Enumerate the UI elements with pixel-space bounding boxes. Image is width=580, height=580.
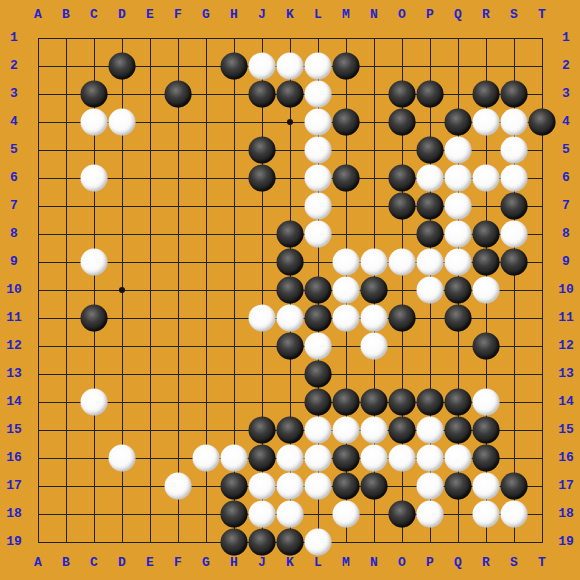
- white-stone-P17: [417, 473, 444, 500]
- white-stone-N9: [361, 249, 388, 276]
- black-stone-M16: [333, 445, 360, 472]
- row-label-right-7: 7: [555, 198, 577, 213]
- white-stone-H16: [221, 445, 248, 472]
- row-label-right-19: 19: [555, 534, 577, 549]
- white-stone-L6: [305, 165, 332, 192]
- white-stone-P9: [417, 249, 444, 276]
- white-stone-L4: [305, 109, 332, 136]
- white-stone-J2: [249, 53, 276, 80]
- white-stone-R14: [473, 389, 500, 416]
- column-label-bottom-A: A: [27, 555, 49, 570]
- column-label-bottom-B: B: [55, 555, 77, 570]
- column-label-bottom-O: O: [391, 555, 413, 570]
- black-stone-R16: [473, 445, 500, 472]
- black-stone-Q15: [445, 417, 472, 444]
- white-stone-Q5: [445, 137, 472, 164]
- column-label-top-D: D: [111, 7, 133, 22]
- row-label-right-2: 2: [555, 58, 577, 73]
- black-stone-Q4: [445, 109, 472, 136]
- black-stone-J6: [249, 165, 276, 192]
- white-stone-N11: [361, 305, 388, 332]
- column-label-bottom-G: G: [195, 555, 217, 570]
- column-label-top-R: R: [475, 7, 497, 22]
- black-stone-D2: [109, 53, 136, 80]
- column-label-bottom-H: H: [223, 555, 245, 570]
- black-stone-R15: [473, 417, 500, 444]
- column-label-top-O: O: [391, 7, 413, 22]
- white-stone-C14: [81, 389, 108, 416]
- row-label-left-12: 12: [3, 338, 25, 353]
- white-stone-K2: [277, 53, 304, 80]
- row-label-left-11: 11: [3, 310, 25, 325]
- row-label-right-13: 13: [555, 366, 577, 381]
- white-stone-C9: [81, 249, 108, 276]
- black-stone-Q10: [445, 277, 472, 304]
- row-label-right-18: 18: [555, 506, 577, 521]
- row-label-right-3: 3: [555, 86, 577, 101]
- black-stone-O18: [389, 501, 416, 528]
- column-label-top-M: M: [335, 7, 357, 22]
- black-stone-O14: [389, 389, 416, 416]
- white-stone-K17: [277, 473, 304, 500]
- white-stone-Q7: [445, 193, 472, 220]
- column-label-top-S: S: [503, 7, 525, 22]
- row-label-left-19: 19: [3, 534, 25, 549]
- white-stone-F17: [165, 473, 192, 500]
- black-stone-M2: [333, 53, 360, 80]
- column-label-bottom-D: D: [111, 555, 133, 570]
- black-stone-T4: [529, 109, 556, 136]
- black-stone-O11: [389, 305, 416, 332]
- white-stone-N16: [361, 445, 388, 472]
- white-stone-S4: [501, 109, 528, 136]
- column-label-top-H: H: [223, 7, 245, 22]
- row-label-left-17: 17: [3, 478, 25, 493]
- white-stone-P15: [417, 417, 444, 444]
- row-label-right-5: 5: [555, 142, 577, 157]
- black-stone-Q17: [445, 473, 472, 500]
- column-label-bottom-N: N: [363, 555, 385, 570]
- row-label-left-4: 4: [3, 114, 25, 129]
- column-label-top-L: L: [307, 7, 329, 22]
- black-stone-L14: [305, 389, 332, 416]
- white-stone-J17: [249, 473, 276, 500]
- column-label-bottom-R: R: [475, 555, 497, 570]
- column-label-top-F: F: [167, 7, 189, 22]
- column-label-top-B: B: [55, 7, 77, 22]
- white-stone-J11: [249, 305, 276, 332]
- white-stone-C6: [81, 165, 108, 192]
- white-stone-G16: [193, 445, 220, 472]
- black-stone-H2: [221, 53, 248, 80]
- black-stone-R12: [473, 333, 500, 360]
- column-label-top-C: C: [83, 7, 105, 22]
- white-stone-P10: [417, 277, 444, 304]
- black-stone-J19: [249, 529, 276, 556]
- black-stone-K12: [277, 333, 304, 360]
- white-stone-C4: [81, 109, 108, 136]
- row-label-left-14: 14: [3, 394, 25, 409]
- white-stone-L8: [305, 221, 332, 248]
- white-stone-Q6: [445, 165, 472, 192]
- black-stone-S17: [501, 473, 528, 500]
- column-label-top-G: G: [195, 7, 217, 22]
- white-stone-Q9: [445, 249, 472, 276]
- black-stone-R3: [473, 81, 500, 108]
- black-stone-S7: [501, 193, 528, 220]
- row-label-left-7: 7: [3, 198, 25, 213]
- black-stone-L10: [305, 277, 332, 304]
- black-stone-Q11: [445, 305, 472, 332]
- black-stone-K9: [277, 249, 304, 276]
- white-stone-P16: [417, 445, 444, 472]
- black-stone-C11: [81, 305, 108, 332]
- row-label-left-2: 2: [3, 58, 25, 73]
- row-label-left-8: 8: [3, 226, 25, 241]
- column-label-bottom-T: T: [531, 555, 553, 570]
- column-label-top-T: T: [531, 7, 553, 22]
- white-stone-L2: [305, 53, 332, 80]
- white-stone-M10: [333, 277, 360, 304]
- black-stone-J5: [249, 137, 276, 164]
- black-stone-M4: [333, 109, 360, 136]
- black-stone-O4: [389, 109, 416, 136]
- star-point-D10: [119, 287, 125, 293]
- column-label-bottom-K: K: [279, 555, 301, 570]
- white-stone-R10: [473, 277, 500, 304]
- row-label-left-9: 9: [3, 254, 25, 269]
- white-stone-K11: [277, 305, 304, 332]
- black-stone-P5: [417, 137, 444, 164]
- white-stone-M9: [333, 249, 360, 276]
- white-stone-N12: [361, 333, 388, 360]
- row-label-right-16: 16: [555, 450, 577, 465]
- white-stone-N15: [361, 417, 388, 444]
- black-stone-K15: [277, 417, 304, 444]
- column-label-top-N: N: [363, 7, 385, 22]
- white-stone-D4: [109, 109, 136, 136]
- black-stone-P14: [417, 389, 444, 416]
- white-stone-L7: [305, 193, 332, 220]
- white-stone-O9: [389, 249, 416, 276]
- black-stone-S3: [501, 81, 528, 108]
- white-stone-O16: [389, 445, 416, 472]
- black-stone-P3: [417, 81, 444, 108]
- black-stone-H18: [221, 501, 248, 528]
- black-stone-P7: [417, 193, 444, 220]
- star-point-K4: [287, 119, 293, 125]
- black-stone-R9: [473, 249, 500, 276]
- black-stone-N14: [361, 389, 388, 416]
- black-stone-L13: [305, 361, 332, 388]
- black-stone-H17: [221, 473, 248, 500]
- board-surface[interactable]: [0, 0, 580, 580]
- black-stone-M6: [333, 165, 360, 192]
- black-stone-M14: [333, 389, 360, 416]
- column-label-top-A: A: [27, 7, 49, 22]
- white-stone-K16: [277, 445, 304, 472]
- row-label-left-15: 15: [3, 422, 25, 437]
- white-stone-L17: [305, 473, 332, 500]
- row-label-left-5: 5: [3, 142, 25, 157]
- black-stone-L11: [305, 305, 332, 332]
- row-label-right-6: 6: [555, 170, 577, 185]
- black-stone-O6: [389, 165, 416, 192]
- row-label-right-11: 11: [555, 310, 577, 325]
- black-stone-N17: [361, 473, 388, 500]
- white-stone-L19: [305, 529, 332, 556]
- row-label-right-10: 10: [555, 282, 577, 297]
- black-stone-K19: [277, 529, 304, 556]
- black-stone-K10: [277, 277, 304, 304]
- row-label-right-14: 14: [555, 394, 577, 409]
- white-stone-K18: [277, 501, 304, 528]
- column-label-bottom-J: J: [251, 555, 273, 570]
- white-stone-P6: [417, 165, 444, 192]
- white-stone-L12: [305, 333, 332, 360]
- column-label-top-K: K: [279, 7, 301, 22]
- white-stone-Q16: [445, 445, 472, 472]
- black-stone-S9: [501, 249, 528, 276]
- column-label-top-J: J: [251, 7, 273, 22]
- row-label-left-10: 10: [3, 282, 25, 297]
- black-stone-K3: [277, 81, 304, 108]
- white-stone-P18: [417, 501, 444, 528]
- row-label-right-9: 9: [555, 254, 577, 269]
- black-stone-K8: [277, 221, 304, 248]
- black-stone-N10: [361, 277, 388, 304]
- black-stone-Q14: [445, 389, 472, 416]
- column-label-bottom-M: M: [335, 555, 357, 570]
- row-label-right-1: 1: [555, 30, 577, 45]
- black-stone-O3: [389, 81, 416, 108]
- black-stone-F3: [165, 81, 192, 108]
- row-label-left-3: 3: [3, 86, 25, 101]
- column-label-top-E: E: [139, 7, 161, 22]
- row-label-right-4: 4: [555, 114, 577, 129]
- black-stone-C3: [81, 81, 108, 108]
- black-stone-J15: [249, 417, 276, 444]
- column-label-top-P: P: [419, 7, 441, 22]
- white-stone-M15: [333, 417, 360, 444]
- white-stone-R4: [473, 109, 500, 136]
- black-stone-O15: [389, 417, 416, 444]
- black-stone-H19: [221, 529, 248, 556]
- column-label-bottom-F: F: [167, 555, 189, 570]
- white-stone-L3: [305, 81, 332, 108]
- row-label-right-12: 12: [555, 338, 577, 353]
- row-label-left-1: 1: [3, 30, 25, 45]
- white-stone-L5: [305, 137, 332, 164]
- row-label-left-13: 13: [3, 366, 25, 381]
- white-stone-S5: [501, 137, 528, 164]
- grid-line-horizontal: [38, 374, 543, 375]
- white-stone-S8: [501, 221, 528, 248]
- black-stone-M17: [333, 473, 360, 500]
- white-stone-R6: [473, 165, 500, 192]
- column-label-bottom-Q: Q: [447, 555, 469, 570]
- column-label-bottom-C: C: [83, 555, 105, 570]
- white-stone-L15: [305, 417, 332, 444]
- column-label-bottom-L: L: [307, 555, 329, 570]
- row-label-left-18: 18: [3, 506, 25, 521]
- black-stone-O7: [389, 193, 416, 220]
- white-stone-S18: [501, 501, 528, 528]
- black-stone-P8: [417, 221, 444, 248]
- black-stone-J16: [249, 445, 276, 472]
- white-stone-L16: [305, 445, 332, 472]
- black-stone-R8: [473, 221, 500, 248]
- white-stone-M18: [333, 501, 360, 528]
- column-label-bottom-P: P: [419, 555, 441, 570]
- row-label-right-17: 17: [555, 478, 577, 493]
- white-stone-S6: [501, 165, 528, 192]
- row-label-left-16: 16: [3, 450, 25, 465]
- white-stone-M11: [333, 305, 360, 332]
- white-stone-R18: [473, 501, 500, 528]
- go-board: AABBCCDDEEFFGGHHJJKKLLMMNNOOPPQQRRSSTT11…: [0, 0, 580, 580]
- row-label-right-8: 8: [555, 226, 577, 241]
- white-stone-R17: [473, 473, 500, 500]
- white-stone-Q8: [445, 221, 472, 248]
- white-stone-D16: [109, 445, 136, 472]
- column-label-top-Q: Q: [447, 7, 469, 22]
- white-stone-J18: [249, 501, 276, 528]
- black-stone-J3: [249, 81, 276, 108]
- column-label-bottom-S: S: [503, 555, 525, 570]
- column-label-bottom-E: E: [139, 555, 161, 570]
- row-label-left-6: 6: [3, 170, 25, 185]
- row-label-right-15: 15: [555, 422, 577, 437]
